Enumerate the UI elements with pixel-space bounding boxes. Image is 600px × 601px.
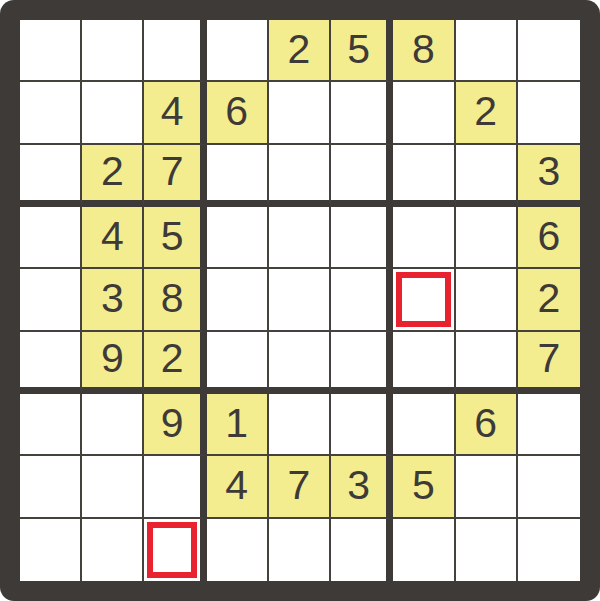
sudoku-cell-given-r8c6: 3 (331, 456, 393, 518)
sudoku-cell-given-r8c5: 7 (269, 456, 331, 518)
sudoku-cell-empty-r7c7[interactable] (393, 394, 455, 456)
cell-digit: 4 (101, 216, 124, 257)
sudoku-cell-given-r4c2: 4 (82, 207, 144, 269)
sudoku-cell-empty-r9c4[interactable] (207, 519, 269, 581)
sudoku-cell-given-r3c9: 3 (518, 145, 580, 207)
sudoku-cell-empty-r2c1[interactable] (20, 82, 82, 144)
sudoku-cell-given-r4c9: 6 (518, 207, 580, 269)
sudoku-cell-empty-r6c7[interactable] (393, 332, 455, 394)
sudoku-cell-empty-r1c2[interactable] (82, 20, 144, 82)
sudoku-cell-empty-r1c4[interactable] (207, 20, 269, 82)
cell-digit: 2 (474, 91, 497, 132)
sudoku-cell-empty-r1c1[interactable] (20, 20, 82, 82)
sudoku-cell-empty-r7c2[interactable] (82, 394, 144, 456)
sudoku-cell-empty-r4c5[interactable] (269, 207, 331, 269)
sudoku-cell-empty-r2c9[interactable] (518, 82, 580, 144)
sudoku-cell-empty-r4c1[interactable] (20, 207, 82, 269)
cell-digit: 2 (161, 338, 184, 379)
sudoku-cell-empty-r5c8[interactable] (456, 269, 518, 331)
sudoku-cell-target-r9c3[interactable] (144, 519, 206, 581)
highlight-outline-icon[interactable] (147, 522, 196, 578)
sudoku-cell-empty-r9c6[interactable] (331, 519, 393, 581)
sudoku-cell-given-r6c3: 2 (144, 332, 206, 394)
sudoku-cell-given-r1c6: 5 (331, 20, 393, 82)
sudoku-cell-empty-r7c1[interactable] (20, 394, 82, 456)
sudoku-cell-empty-r8c3[interactable] (144, 456, 206, 518)
sudoku-cell-empty-r7c9[interactable] (518, 394, 580, 456)
cell-digit: 1 (225, 403, 248, 444)
sudoku-cell-empty-r9c7[interactable] (393, 519, 455, 581)
sudoku-cell-empty-r8c8[interactable] (456, 456, 518, 518)
highlight-outline-icon[interactable] (396, 272, 450, 326)
sudoku-cell-empty-r6c4[interactable] (207, 332, 269, 394)
sudoku-cell-target-r5c7[interactable] (393, 269, 455, 331)
sudoku-app: 2584622734563829279164735 (0, 0, 600, 601)
sudoku-cell-empty-r2c5[interactable] (269, 82, 331, 144)
cell-digit: 5 (161, 216, 184, 257)
sudoku-cell-empty-r9c8[interactable] (456, 519, 518, 581)
cell-digit: 6 (225, 91, 248, 132)
cell-digit: 6 (537, 216, 560, 257)
cell-digit: 7 (288, 465, 311, 506)
sudoku-cell-given-r2c8: 2 (456, 82, 518, 144)
sudoku-cell-given-r5c2: 3 (82, 269, 144, 331)
sudoku-cell-given-r5c3: 8 (144, 269, 206, 331)
sudoku-cell-empty-r4c8[interactable] (456, 207, 518, 269)
sudoku-cell-empty-r2c6[interactable] (331, 82, 393, 144)
cell-digit: 5 (412, 465, 435, 506)
sudoku-cell-given-r2c3: 4 (144, 82, 206, 144)
sudoku-cell-empty-r3c4[interactable] (207, 145, 269, 207)
sudoku-cell-given-r8c4: 4 (207, 456, 269, 518)
sudoku-cell-given-r6c2: 9 (82, 332, 144, 394)
cell-digit: 2 (537, 278, 560, 319)
sudoku-cell-empty-r1c8[interactable] (456, 20, 518, 82)
cell-digit: 3 (347, 465, 370, 506)
sudoku-cell-given-r1c5: 2 (269, 20, 331, 82)
cell-digit: 6 (474, 403, 497, 444)
sudoku-board: 2584622734563829279164735 (20, 20, 580, 581)
cell-digit: 9 (101, 338, 124, 379)
cell-digit: 7 (537, 338, 560, 379)
sudoku-cell-empty-r2c2[interactable] (82, 82, 144, 144)
cell-digit: 3 (537, 151, 560, 192)
sudoku-cell-given-r5c9: 2 (518, 269, 580, 331)
sudoku-cell-empty-r5c1[interactable] (20, 269, 82, 331)
sudoku-cell-empty-r9c2[interactable] (82, 519, 144, 581)
sudoku-cell-empty-r3c6[interactable] (331, 145, 393, 207)
sudoku-cell-empty-r6c1[interactable] (20, 332, 82, 394)
cell-digit: 2 (101, 151, 124, 192)
sudoku-cell-empty-r8c2[interactable] (82, 456, 144, 518)
sudoku-cell-empty-r4c6[interactable] (331, 207, 393, 269)
sudoku-cell-empty-r3c1[interactable] (20, 145, 82, 207)
sudoku-cell-given-r6c9: 7 (518, 332, 580, 394)
sudoku-cell-empty-r5c5[interactable] (269, 269, 331, 331)
sudoku-cell-empty-r3c8[interactable] (456, 145, 518, 207)
sudoku-cell-given-r1c7: 8 (393, 20, 455, 82)
sudoku-cell-empty-r9c1[interactable] (20, 519, 82, 581)
cell-digit: 2 (288, 29, 311, 70)
sudoku-cell-empty-r6c8[interactable] (456, 332, 518, 394)
sudoku-cell-empty-r6c6[interactable] (331, 332, 393, 394)
sudoku-cell-empty-r5c4[interactable] (207, 269, 269, 331)
sudoku-cell-given-r4c3: 5 (144, 207, 206, 269)
sudoku-cell-given-r7c3: 9 (144, 394, 206, 456)
sudoku-cell-empty-r8c9[interactable] (518, 456, 580, 518)
sudoku-cell-empty-r3c7[interactable] (393, 145, 455, 207)
sudoku-cell-given-r3c2: 2 (82, 145, 144, 207)
cell-digit: 4 (225, 465, 248, 506)
cell-digit: 7 (161, 151, 184, 192)
sudoku-cell-empty-r1c9[interactable] (518, 20, 580, 82)
cell-digit: 9 (161, 403, 184, 444)
sudoku-cell-empty-r7c6[interactable] (331, 394, 393, 456)
sudoku-cell-empty-r9c5[interactable] (269, 519, 331, 581)
cell-digit: 4 (161, 91, 184, 132)
cell-digit: 8 (412, 29, 435, 70)
sudoku-cell-empty-r5c6[interactable] (331, 269, 393, 331)
cell-digit: 3 (101, 278, 124, 319)
sudoku-cell-empty-r6c5[interactable] (269, 332, 331, 394)
sudoku-cell-empty-r4c4[interactable] (207, 207, 269, 269)
sudoku-cell-empty-r2c7[interactable] (393, 82, 455, 144)
sudoku-cell-empty-r3c5[interactable] (269, 145, 331, 207)
sudoku-cell-empty-r1c3[interactable] (144, 20, 206, 82)
sudoku-cell-empty-r8c1[interactable] (20, 456, 82, 518)
cell-digit: 8 (161, 278, 184, 319)
sudoku-cell-empty-r4c7[interactable] (393, 207, 455, 269)
sudoku-cell-empty-r9c9[interactable] (518, 519, 580, 581)
sudoku-cell-given-r7c8: 6 (456, 394, 518, 456)
sudoku-cell-given-r3c3: 7 (144, 145, 206, 207)
sudoku-cell-given-r8c7: 5 (393, 456, 455, 518)
sudoku-cell-given-r7c4: 1 (207, 394, 269, 456)
cell-digit: 5 (347, 29, 370, 70)
sudoku-cell-empty-r7c5[interactable] (269, 394, 331, 456)
sudoku-cell-given-r2c4: 6 (207, 82, 269, 144)
